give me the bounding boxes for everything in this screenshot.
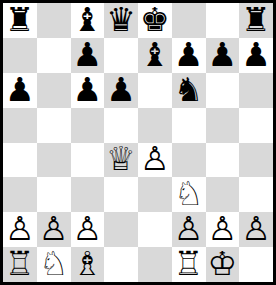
black-pawn-icon: ♟ <box>5 73 35 106</box>
white-knight-icon: ♘ <box>174 177 204 210</box>
square-d3[interactable] <box>104 177 138 212</box>
square-f7[interactable]: ♟ <box>172 38 206 73</box>
square-d4[interactable]: ♕ <box>104 143 138 178</box>
square-e3[interactable] <box>138 177 172 212</box>
square-f8[interactable] <box>172 3 206 38</box>
square-f4[interactable] <box>172 143 206 178</box>
square-f3[interactable]: ♘ <box>172 177 206 212</box>
square-h7[interactable]: ♟ <box>239 38 273 73</box>
black-queen-icon: ♛ <box>106 3 136 36</box>
square-a3[interactable] <box>3 177 37 212</box>
black-pawn-icon: ♟ <box>73 73 103 106</box>
square-d2[interactable] <box>104 212 138 247</box>
square-d7[interactable] <box>104 38 138 73</box>
square-d6[interactable]: ♟ <box>104 73 138 108</box>
square-g5[interactable] <box>206 108 240 143</box>
square-h6[interactable] <box>239 73 273 108</box>
square-h8[interactable]: ♜ <box>239 3 273 38</box>
square-a7[interactable] <box>3 38 37 73</box>
square-a5[interactable] <box>3 108 37 143</box>
white-pawn-icon: ♙ <box>73 212 103 245</box>
square-b5[interactable] <box>37 108 71 143</box>
square-g2[interactable]: ♙ <box>206 212 240 247</box>
square-h2[interactable]: ♙ <box>239 212 273 247</box>
square-b7[interactable] <box>37 38 71 73</box>
square-d5[interactable] <box>104 108 138 143</box>
white-king-icon: ♔ <box>208 247 238 280</box>
white-pawn-icon: ♙ <box>241 212 271 245</box>
black-rook-icon: ♜ <box>241 3 271 36</box>
square-e1[interactable] <box>138 247 172 282</box>
white-bishop-icon: ♗ <box>73 247 103 280</box>
square-a1[interactable]: ♖ <box>3 247 37 282</box>
black-pawn-icon: ♟ <box>73 38 103 71</box>
square-a2[interactable]: ♙ <box>3 212 37 247</box>
white-rook-icon: ♖ <box>5 247 35 280</box>
square-c1[interactable]: ♗ <box>71 247 105 282</box>
black-pawn-icon: ♟ <box>241 38 271 71</box>
black-bishop-icon: ♝ <box>140 38 170 71</box>
white-knight-icon: ♘ <box>39 247 69 280</box>
square-d8[interactable]: ♛ <box>104 3 138 38</box>
black-pawn-icon: ♟ <box>106 73 136 106</box>
square-g6[interactable] <box>206 73 240 108</box>
square-h5[interactable] <box>239 108 273 143</box>
square-c5[interactable] <box>71 108 105 143</box>
black-rook-icon: ♜ <box>5 3 35 36</box>
white-pawn-icon: ♙ <box>208 212 238 245</box>
square-g1[interactable]: ♔ <box>206 247 240 282</box>
white-pawn-icon: ♙ <box>174 212 204 245</box>
black-knight-icon: ♞ <box>174 73 204 106</box>
square-b2[interactable]: ♙ <box>37 212 71 247</box>
white-pawn-icon: ♙ <box>39 212 69 245</box>
chess-board-frame: ♜♝♛♚♜♟♝♟♟♟♟♟♟♞♕♙♘♙♙♙♙♙♙♖♘♗♖♔ <box>0 0 276 285</box>
square-f1[interactable]: ♖ <box>172 247 206 282</box>
square-h4[interactable] <box>239 143 273 178</box>
square-b6[interactable] <box>37 73 71 108</box>
square-e8[interactable]: ♚ <box>138 3 172 38</box>
square-b4[interactable] <box>37 143 71 178</box>
square-c8[interactable]: ♝ <box>71 3 105 38</box>
square-f6[interactable]: ♞ <box>172 73 206 108</box>
square-b8[interactable] <box>37 3 71 38</box>
black-bishop-icon: ♝ <box>73 3 103 36</box>
square-c7[interactable]: ♟ <box>71 38 105 73</box>
square-a4[interactable] <box>3 143 37 178</box>
square-g7[interactable]: ♟ <box>206 38 240 73</box>
square-b3[interactable] <box>37 177 71 212</box>
black-king-icon: ♚ <box>140 3 170 36</box>
square-f5[interactable] <box>172 108 206 143</box>
square-g4[interactable] <box>206 143 240 178</box>
square-e4[interactable]: ♙ <box>138 143 172 178</box>
square-g3[interactable] <box>206 177 240 212</box>
square-a6[interactable]: ♟ <box>3 73 37 108</box>
square-b1[interactable]: ♘ <box>37 247 71 282</box>
square-c4[interactable] <box>71 143 105 178</box>
square-f2[interactable]: ♙ <box>172 212 206 247</box>
square-h1[interactable] <box>239 247 273 282</box>
black-pawn-icon: ♟ <box>208 38 238 71</box>
square-c2[interactable]: ♙ <box>71 212 105 247</box>
square-d1[interactable] <box>104 247 138 282</box>
square-a8[interactable]: ♜ <box>3 3 37 38</box>
square-e6[interactable] <box>138 73 172 108</box>
white-queen-icon: ♕ <box>106 143 136 176</box>
chess-board: ♜♝♛♚♜♟♝♟♟♟♟♟♟♞♕♙♘♙♙♙♙♙♙♖♘♗♖♔ <box>3 3 273 282</box>
square-c6[interactable]: ♟ <box>71 73 105 108</box>
white-pawn-icon: ♙ <box>140 143 170 176</box>
white-pawn-icon: ♙ <box>5 212 35 245</box>
square-h3[interactable] <box>239 177 273 212</box>
square-g8[interactable] <box>206 3 240 38</box>
square-e5[interactable] <box>138 108 172 143</box>
black-pawn-icon: ♟ <box>174 38 204 71</box>
square-e7[interactable]: ♝ <box>138 38 172 73</box>
white-rook-icon: ♖ <box>174 247 204 280</box>
square-e2[interactable] <box>138 212 172 247</box>
square-c3[interactable] <box>71 177 105 212</box>
